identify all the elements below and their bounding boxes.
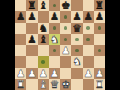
square-h1[interactable]: ♜ <box>94 79 105 90</box>
square-b7[interactable]: ♟ <box>26 11 37 22</box>
square-b1[interactable] <box>26 79 37 90</box>
white-bishop[interactable]: ♝ <box>38 79 49 90</box>
square-c7[interactable] <box>38 11 49 22</box>
square-g6[interactable] <box>83 23 94 34</box>
square-g4[interactable] <box>83 45 94 56</box>
square-f2[interactable] <box>71 68 82 79</box>
square-c5[interactable]: ♝ <box>38 34 49 45</box>
white-knight[interactable]: ♞ <box>49 34 60 45</box>
square-c1[interactable]: ♝ <box>38 79 49 90</box>
square-h3[interactable] <box>94 56 105 67</box>
legal-move-dot[interactable] <box>41 60 45 64</box>
square-a5[interactable] <box>15 34 26 45</box>
square-h5[interactable] <box>94 34 105 45</box>
chess-board: ♜♝♚♜♟♟♟♟♟♟♞♛♟♝♞♟♞♟♟♟♟♟♟♜♝♛♚♜ <box>15 0 105 90</box>
legal-move-dot[interactable] <box>86 26 90 30</box>
white-pawn[interactable]: ♟ <box>60 45 71 56</box>
legal-move-dot[interactable] <box>53 26 57 30</box>
square-f3[interactable]: ♞ <box>71 56 82 67</box>
square-g5[interactable] <box>83 34 94 45</box>
square-e7[interactable] <box>60 11 71 22</box>
legal-move-dot[interactable] <box>64 15 68 19</box>
black-pawn[interactable]: ♟ <box>71 11 82 22</box>
black-queen[interactable]: ♛ <box>71 23 82 34</box>
square-b5[interactable]: ♟ <box>26 34 37 45</box>
square-g3[interactable] <box>83 56 94 67</box>
square-h6[interactable] <box>94 23 105 34</box>
square-d3[interactable] <box>49 56 60 67</box>
square-a7[interactable]: ♟ <box>15 11 26 22</box>
square-f7[interactable]: ♟ <box>71 11 82 22</box>
square-g1[interactable] <box>83 79 94 90</box>
square-a1[interactable]: ♜ <box>15 79 26 90</box>
black-bishop[interactable]: ♝ <box>38 0 49 11</box>
legal-move-dot[interactable] <box>98 49 102 53</box>
square-e3[interactable] <box>60 56 71 67</box>
square-f1[interactable] <box>71 79 82 90</box>
letterbox-background: ♜♝♚♜♟♟♟♟♟♟♞♛♟♝♞♟♞♟♟♟♟♟♟♜♝♛♚♜ <box>0 0 120 90</box>
black-king[interactable]: ♚ <box>60 0 71 11</box>
black-pawn[interactable]: ♟ <box>15 11 26 22</box>
square-f6[interactable]: ♛ <box>71 23 82 34</box>
legal-move-dot[interactable] <box>98 26 102 30</box>
white-queen[interactable]: ♛ <box>49 79 60 90</box>
square-b3[interactable] <box>26 56 37 67</box>
white-rook[interactable]: ♜ <box>15 79 26 90</box>
square-e4[interactable]: ♟ <box>60 45 71 56</box>
square-a6[interactable] <box>15 23 26 34</box>
square-a4[interactable] <box>15 45 26 56</box>
white-knight[interactable]: ♞ <box>71 56 82 67</box>
square-g2[interactable]: ♟ <box>83 68 94 79</box>
square-d4[interactable] <box>49 45 60 56</box>
square-d5[interactable]: ♞ <box>49 34 60 45</box>
square-a3[interactable] <box>15 56 26 67</box>
white-pawn[interactable]: ♟ <box>26 68 37 79</box>
square-d1[interactable]: ♛ <box>49 79 60 90</box>
square-e1[interactable]: ♚ <box>60 79 71 90</box>
black-pawn[interactable]: ♟ <box>83 11 94 22</box>
legal-move-dot[interactable] <box>86 38 90 42</box>
square-f5[interactable] <box>71 34 82 45</box>
square-b2[interactable]: ♟ <box>26 68 37 79</box>
legal-move-dot[interactable] <box>53 49 57 53</box>
square-e8[interactable]: ♚ <box>60 0 71 11</box>
black-bishop[interactable]: ♝ <box>38 34 49 45</box>
legal-move-dot[interactable] <box>53 4 57 8</box>
white-pawn[interactable]: ♟ <box>83 68 94 79</box>
black-pawn[interactable]: ♟ <box>94 11 105 22</box>
legal-move-dot[interactable] <box>64 26 68 30</box>
legal-move-dot[interactable] <box>75 49 79 53</box>
legal-move-dot[interactable] <box>75 38 79 42</box>
square-e6[interactable] <box>60 23 71 34</box>
square-h4[interactable] <box>94 45 105 56</box>
white-rook[interactable]: ♜ <box>94 79 105 90</box>
square-h7[interactable]: ♟ <box>94 11 105 22</box>
square-d7[interactable]: ♟ <box>49 11 60 22</box>
legal-move-dot[interactable] <box>64 38 68 42</box>
square-c3[interactable] <box>38 56 49 67</box>
square-b4[interactable] <box>26 45 37 56</box>
square-c8[interactable]: ♝ <box>38 0 49 11</box>
square-c4[interactable] <box>38 45 49 56</box>
black-pawn[interactable]: ♟ <box>26 34 37 45</box>
white-king[interactable]: ♚ <box>60 79 71 90</box>
black-pawn[interactable]: ♟ <box>26 11 37 22</box>
black-pawn[interactable]: ♟ <box>49 11 60 22</box>
square-g7[interactable]: ♟ <box>83 11 94 22</box>
